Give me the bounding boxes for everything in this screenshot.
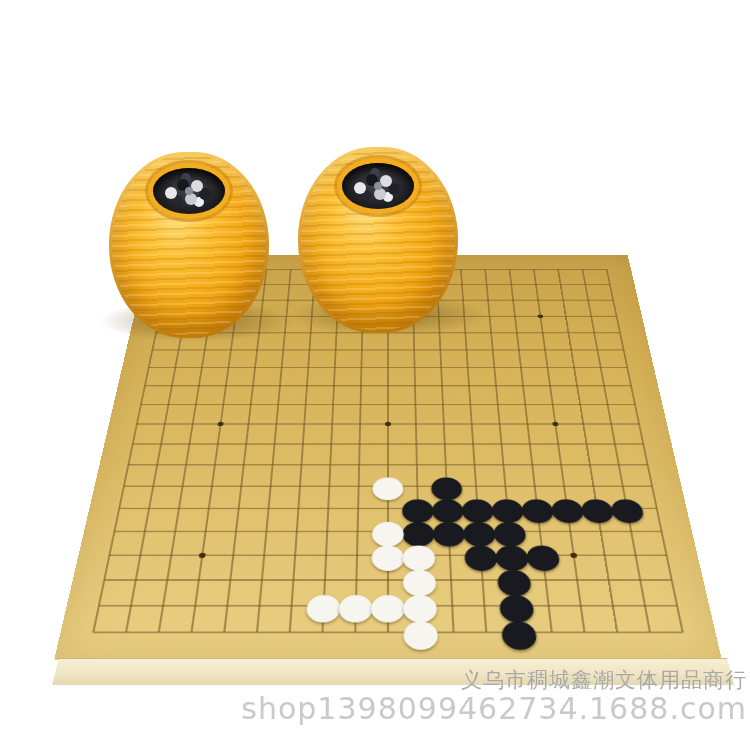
white-stone: ● bbox=[372, 543, 403, 567]
product-photo: ●●●●●●●●●●●●●●●●●●●●●●●●●●●●● 义乌市稠城鑫潮文体用… bbox=[0, 0, 750, 750]
bowl-opening-left bbox=[153, 168, 225, 214]
white-stone: ● bbox=[404, 619, 437, 646]
bowl-stones-right bbox=[374, 182, 382, 190]
stone-bowl-right bbox=[298, 147, 458, 333]
white-stone: ● bbox=[339, 593, 372, 619]
white-stone: ● bbox=[373, 475, 403, 497]
white-stone: ● bbox=[372, 593, 404, 619]
watermark: 义乌市稠城鑫潮文体用品商行 shop1398099462734.1688.com bbox=[241, 669, 747, 725]
stone-bowl-left bbox=[109, 152, 269, 338]
watermark-shop-name: 义乌市稠城鑫潮文体用品商行 bbox=[241, 669, 747, 692]
black-stone: ● bbox=[610, 497, 644, 520]
bowl-opening-right bbox=[342, 163, 414, 209]
bowl-stones-left bbox=[185, 187, 193, 195]
watermark-shop-url: shop1398099462734.1688.com bbox=[241, 692, 747, 725]
black-stone: ● bbox=[502, 619, 537, 646]
